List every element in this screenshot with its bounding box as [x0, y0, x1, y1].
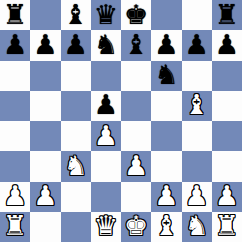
square-e4[interactable]: [121, 121, 151, 151]
square-d2[interactable]: [91, 182, 121, 212]
square-e5[interactable]: [121, 91, 151, 121]
square-a8[interactable]: ♜: [0, 0, 30, 30]
piece-black-pawn[interactable]: ♟: [3, 31, 27, 58]
piece-black-bishop[interactable]: ♝: [124, 31, 148, 58]
square-b1[interactable]: [30, 212, 60, 242]
square-f4[interactable]: [151, 121, 181, 151]
chess-board: ♜♝♛♚♜♟♟♟♞♝♟♟♟♞♟♝♟♞♟♟♟♟♟♟♜♛♚♝♞♜: [0, 0, 242, 242]
square-a7[interactable]: ♟: [0, 30, 30, 60]
square-f2[interactable]: ♟: [151, 182, 181, 212]
square-e7[interactable]: ♝: [121, 30, 151, 60]
piece-white-rook[interactable]: ♜: [215, 212, 239, 239]
square-d8[interactable]: ♛: [91, 0, 121, 30]
square-e1[interactable]: ♚: [121, 212, 151, 242]
square-c6[interactable]: [61, 61, 91, 91]
square-e2[interactable]: [121, 182, 151, 212]
square-a2[interactable]: ♟: [0, 182, 30, 212]
piece-black-knight[interactable]: ♞: [94, 31, 118, 58]
square-a4[interactable]: [0, 121, 30, 151]
square-e3[interactable]: ♟: [121, 151, 151, 181]
square-h8[interactable]: ♜: [212, 0, 242, 30]
square-g5[interactable]: ♝: [182, 91, 212, 121]
piece-black-knight[interactable]: ♞: [154, 61, 178, 88]
square-b3[interactable]: [30, 151, 60, 181]
piece-white-pawn[interactable]: ♟: [124, 152, 148, 179]
piece-white-bishop[interactable]: ♝: [185, 91, 209, 118]
square-g1[interactable]: ♞: [182, 212, 212, 242]
square-b2[interactable]: ♟: [30, 182, 60, 212]
piece-white-king[interactable]: ♚: [124, 212, 148, 239]
square-b6[interactable]: [30, 61, 60, 91]
square-d5[interactable]: ♟: [91, 91, 121, 121]
square-d3[interactable]: [91, 151, 121, 181]
piece-white-pawn[interactable]: ♟: [3, 182, 27, 209]
piece-white-queen[interactable]: ♛: [94, 212, 118, 239]
square-c7[interactable]: ♟: [61, 30, 91, 60]
square-c3[interactable]: ♞: [61, 151, 91, 181]
piece-black-pawn[interactable]: ♟: [185, 31, 209, 58]
piece-white-bishop[interactable]: ♝: [154, 212, 178, 239]
square-c8[interactable]: ♝: [61, 0, 91, 30]
piece-white-pawn[interactable]: ♟: [215, 182, 239, 209]
square-b8[interactable]: [30, 0, 60, 30]
piece-black-king[interactable]: ♚: [124, 1, 148, 28]
square-g8[interactable]: [182, 0, 212, 30]
square-h4[interactable]: [212, 121, 242, 151]
square-c4[interactable]: [61, 121, 91, 151]
square-a6[interactable]: [0, 61, 30, 91]
square-a3[interactable]: [0, 151, 30, 181]
piece-black-pawn[interactable]: ♟: [215, 31, 239, 58]
square-h3[interactable]: [212, 151, 242, 181]
square-g2[interactable]: ♟: [182, 182, 212, 212]
square-d4[interactable]: ♟: [91, 121, 121, 151]
piece-black-bishop[interactable]: ♝: [64, 1, 88, 28]
square-c2[interactable]: [61, 182, 91, 212]
piece-white-knight[interactable]: ♞: [185, 212, 209, 239]
piece-black-pawn[interactable]: ♟: [64, 31, 88, 58]
square-b7[interactable]: ♟: [30, 30, 60, 60]
square-c5[interactable]: [61, 91, 91, 121]
piece-white-pawn[interactable]: ♟: [185, 182, 209, 209]
square-g6[interactable]: [182, 61, 212, 91]
piece-black-pawn[interactable]: ♟: [94, 91, 118, 118]
square-a5[interactable]: [0, 91, 30, 121]
square-d1[interactable]: ♛: [91, 212, 121, 242]
piece-white-pawn[interactable]: ♟: [94, 122, 118, 149]
square-d7[interactable]: ♞: [91, 30, 121, 60]
square-c1[interactable]: [61, 212, 91, 242]
square-h7[interactable]: ♟: [212, 30, 242, 60]
square-b4[interactable]: [30, 121, 60, 151]
square-g4[interactable]: [182, 121, 212, 151]
square-h5[interactable]: [212, 91, 242, 121]
piece-white-pawn[interactable]: ♟: [154, 182, 178, 209]
square-f8[interactable]: [151, 0, 181, 30]
square-e8[interactable]: ♚: [121, 0, 151, 30]
piece-black-pawn[interactable]: ♟: [33, 31, 57, 58]
square-f3[interactable]: [151, 151, 181, 181]
piece-white-rook[interactable]: ♜: [3, 212, 27, 239]
square-d6[interactable]: [91, 61, 121, 91]
square-f6[interactable]: ♞: [151, 61, 181, 91]
square-h6[interactable]: [212, 61, 242, 91]
square-g7[interactable]: ♟: [182, 30, 212, 60]
square-h1[interactable]: ♜: [212, 212, 242, 242]
square-f1[interactable]: ♝: [151, 212, 181, 242]
square-e6[interactable]: [121, 61, 151, 91]
piece-black-pawn[interactable]: ♟: [154, 31, 178, 58]
square-f5[interactable]: [151, 91, 181, 121]
piece-white-knight[interactable]: ♞: [64, 152, 88, 179]
piece-black-queen[interactable]: ♛: [94, 1, 118, 28]
square-b5[interactable]: [30, 91, 60, 121]
square-h2[interactable]: ♟: [212, 182, 242, 212]
square-f7[interactable]: ♟: [151, 30, 181, 60]
piece-black-rook[interactable]: ♜: [215, 1, 239, 28]
piece-white-pawn[interactable]: ♟: [33, 182, 57, 209]
square-a1[interactable]: ♜: [0, 212, 30, 242]
piece-black-rook[interactable]: ♜: [3, 1, 27, 28]
square-g3[interactable]: [182, 151, 212, 181]
